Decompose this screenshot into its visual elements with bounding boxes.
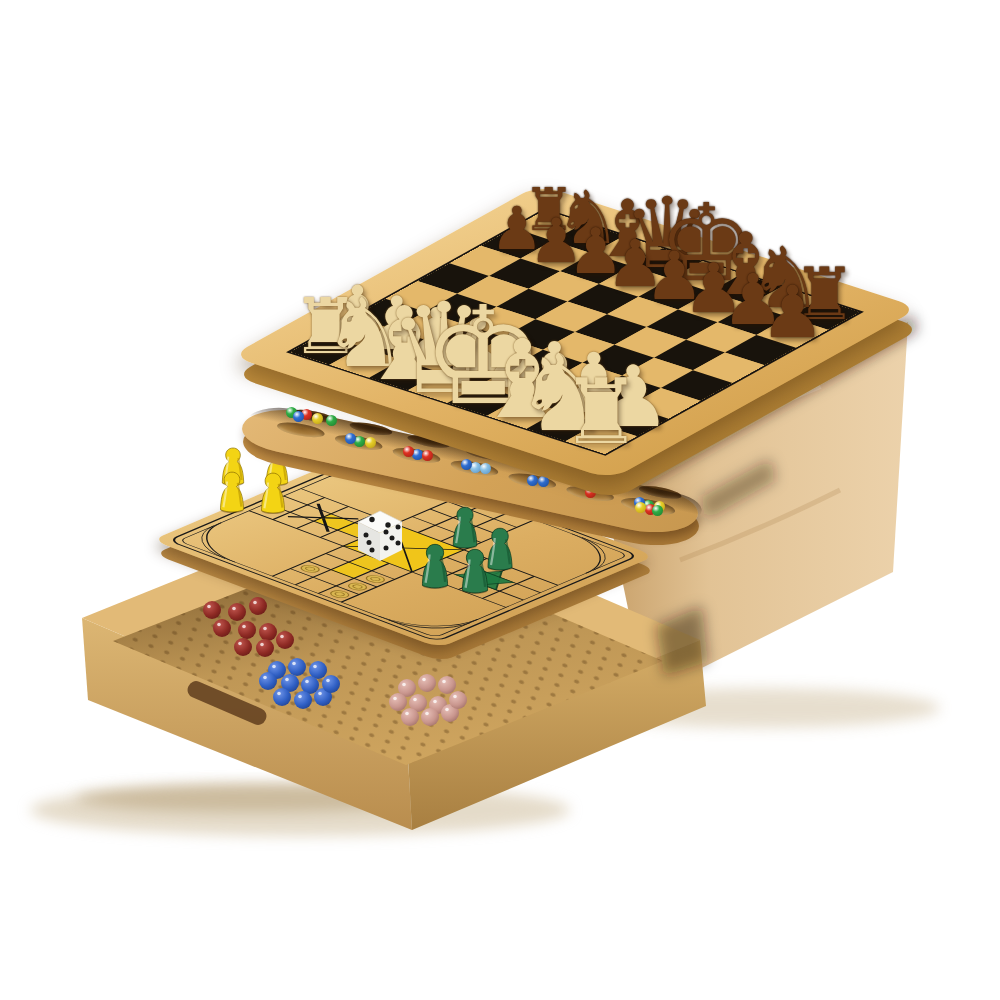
peg-dark_red[interactable] [259, 623, 277, 641]
peg-blue[interactable] [288, 658, 306, 676]
peg-pink[interactable] [449, 691, 467, 709]
peg-dark_red[interactable] [234, 638, 252, 656]
peg-blue[interactable] [322, 675, 340, 693]
peg-dark_red[interactable] [249, 597, 267, 615]
peg-dark_red[interactable] [256, 639, 274, 657]
peg-dark_red[interactable] [228, 603, 246, 621]
peg-dark_red[interactable] [203, 601, 221, 619]
game-cabinet-scene: ♜♞♝♛♚♝♞♜♟♟♟♟♟♟♟♟♟♟♟♟♟♟♟♟♜♞♝♛♚♝♞♜ [0, 0, 1000, 1000]
peg-dark_red[interactable] [213, 619, 231, 637]
peg-pink[interactable] [438, 676, 456, 694]
peg-blue[interactable] [294, 691, 312, 709]
peg-blue[interactable] [273, 688, 291, 706]
peg-blue[interactable] [259, 672, 277, 690]
peg-dark_red[interactable] [238, 621, 256, 639]
peg-pink[interactable] [421, 708, 439, 726]
peg-pink[interactable] [389, 693, 407, 711]
ludo-green-star [447, 564, 522, 594]
peg-pink[interactable] [401, 708, 419, 726]
peg-dark_red[interactable] [276, 631, 294, 649]
peg-pink[interactable] [418, 674, 436, 692]
